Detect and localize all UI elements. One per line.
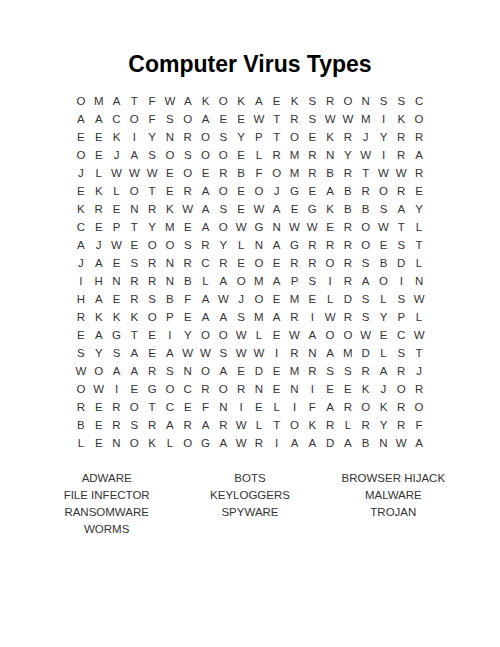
grid-cell: J xyxy=(108,146,126,164)
grid-cell: I xyxy=(392,272,410,290)
grid-cell: K xyxy=(392,110,410,128)
grid-cell: W xyxy=(232,326,250,344)
grid-cell: E xyxy=(179,218,197,236)
word-list-item: FILE INFECTOR xyxy=(35,487,178,504)
grid-cell: A xyxy=(214,308,232,326)
grid-cell: N xyxy=(250,236,268,254)
grid-cell: R xyxy=(72,398,90,416)
grid-cell: I xyxy=(375,110,393,128)
grid-cell: A xyxy=(303,434,321,452)
grid-cell: W xyxy=(250,110,268,128)
grid-cell: E xyxy=(410,182,428,200)
grid-cell: E xyxy=(179,308,197,326)
grid-cell: L xyxy=(90,164,108,182)
grid-cell: C xyxy=(410,92,428,110)
grid-cell: T xyxy=(143,398,161,416)
grid-cell: R xyxy=(214,164,232,182)
grid-cell: B xyxy=(375,254,393,272)
grid-cell: E xyxy=(268,290,286,308)
grid-cell: I xyxy=(303,380,321,398)
grid-cell: N xyxy=(214,398,232,416)
grid-cell: S xyxy=(303,92,321,110)
grid-cell: R xyxy=(339,236,357,254)
grid-cell: A xyxy=(268,200,286,218)
word-list-column-1: ADWARE FILE INFECTOR RANSOMWARE WORMS xyxy=(35,470,178,538)
grid-cell: W xyxy=(375,218,393,236)
grid-cell: O xyxy=(143,236,161,254)
grid-cell: G xyxy=(143,380,161,398)
grid-cell: R xyxy=(303,164,321,182)
grid-cell: E xyxy=(90,128,108,146)
word-list-item: WORMS xyxy=(35,521,178,538)
grid-cell: O xyxy=(161,236,179,254)
grid-cell: N xyxy=(161,272,179,290)
grid-cell: J xyxy=(268,182,286,200)
grid-cell: A xyxy=(214,362,232,380)
grid-cell: O xyxy=(214,380,232,398)
word-list-item: BOTS xyxy=(178,470,321,487)
puzzle-page: Computer Virus Types OMATFWAKOKAEKSRONSS… xyxy=(0,0,500,647)
grid-cell: B xyxy=(357,200,375,218)
grid-cell: A xyxy=(125,344,143,362)
grid-cell: S xyxy=(357,290,375,308)
grid-cell: S xyxy=(108,344,126,362)
grid-cell: W xyxy=(143,164,161,182)
grid-cell: N xyxy=(321,146,339,164)
grid-cell: O xyxy=(214,182,232,200)
grid-cell: E xyxy=(339,380,357,398)
grid-cell: R xyxy=(143,200,161,218)
grid-cell: K xyxy=(197,92,215,110)
grid-cell: I xyxy=(375,146,393,164)
word-list-column-3: BROWSER HIJACK MALWARE TROJAN xyxy=(322,470,465,538)
grid-cell: R xyxy=(108,416,126,434)
word-list-item: BROWSER HIJACK xyxy=(322,470,465,487)
grid-cell: A xyxy=(214,272,232,290)
grid-cell: K xyxy=(286,92,304,110)
grid-cell: R xyxy=(339,254,357,272)
grid-cell: W xyxy=(410,326,428,344)
grid-cell: F xyxy=(250,164,268,182)
grid-cell: W xyxy=(179,344,197,362)
grid-cell: L xyxy=(268,398,286,416)
grid-cell: O xyxy=(321,326,339,344)
grid-cell: I xyxy=(72,272,90,290)
grid-cell: E xyxy=(125,380,143,398)
grid-cell: A xyxy=(90,110,108,128)
grid-cell: F xyxy=(143,92,161,110)
grid-cell: I xyxy=(321,272,339,290)
grid-cell: A xyxy=(214,434,232,452)
grid-cell: C xyxy=(161,398,179,416)
grid-cell: G xyxy=(286,182,304,200)
grid-cell: E xyxy=(303,182,321,200)
grid-cell: K xyxy=(375,398,393,416)
grid-cell: K xyxy=(90,308,108,326)
grid-cell: A xyxy=(392,200,410,218)
grid-cell: H xyxy=(90,272,108,290)
grid-cell: F xyxy=(179,290,197,308)
grid-cell: L xyxy=(410,218,428,236)
grid-cell: T xyxy=(268,110,286,128)
grid-cell: L xyxy=(197,272,215,290)
grid-cell: D xyxy=(339,290,357,308)
grid-cell: E xyxy=(161,164,179,182)
grid-cell: I xyxy=(268,344,286,362)
grid-cell: B xyxy=(161,290,179,308)
grid-cell: W xyxy=(161,92,179,110)
grid-cell: O xyxy=(250,254,268,272)
grid-cell: E xyxy=(268,254,286,272)
grid-cell: P xyxy=(392,308,410,326)
grid-cell: J xyxy=(72,164,90,182)
grid-cell: R xyxy=(214,416,232,434)
grid-cell: E xyxy=(143,344,161,362)
grid-cell: W xyxy=(179,200,197,218)
grid-cell: C xyxy=(108,110,126,128)
grid-cell: A xyxy=(197,218,215,236)
grid-cell: R xyxy=(321,92,339,110)
page-title: Computer Virus Types xyxy=(0,51,500,78)
grid-cell: K xyxy=(321,200,339,218)
grid-cell: O xyxy=(286,128,304,146)
grid-cell: Y xyxy=(375,416,393,434)
grid-cell: E xyxy=(375,236,393,254)
word-search-grid: OMATFWAKOKAEKSRONSSCAACOFSOAEEWTRSWWMIKO… xyxy=(72,92,428,452)
grid-cell: W xyxy=(286,326,304,344)
grid-cell: A xyxy=(250,92,268,110)
grid-cell: E xyxy=(108,200,126,218)
word-list-item: KEYLOGGERS xyxy=(178,487,321,504)
grid-cell: Y xyxy=(410,200,428,218)
grid-cell: I xyxy=(286,398,304,416)
grid-cell: A xyxy=(90,254,108,272)
grid-cell: K xyxy=(108,308,126,326)
grid-cell: E xyxy=(232,254,250,272)
grid-cell: O xyxy=(72,146,90,164)
grid-cell: R xyxy=(108,398,126,416)
grid-cell: M xyxy=(286,290,304,308)
word-list-item: ADWARE xyxy=(35,470,178,487)
grid-cell: E xyxy=(161,182,179,200)
grid-cell: S xyxy=(72,344,90,362)
grid-cell: R xyxy=(392,128,410,146)
grid-cell: O xyxy=(214,92,232,110)
grid-cell: A xyxy=(72,236,90,254)
grid-cell: E xyxy=(232,146,250,164)
grid-cell: O xyxy=(197,146,215,164)
grid-cell: I xyxy=(232,398,250,416)
grid-cell: S xyxy=(303,272,321,290)
grid-cell: Y xyxy=(179,326,197,344)
grid-cell: A xyxy=(197,110,215,128)
grid-cell: N xyxy=(125,200,143,218)
grid-cell: P xyxy=(108,218,126,236)
grid-cell: Y xyxy=(339,146,357,164)
grid-cell: S xyxy=(179,146,197,164)
grid-cell: E xyxy=(250,398,268,416)
grid-cell: B xyxy=(321,164,339,182)
grid-cell: J xyxy=(232,290,250,308)
grid-cell: R xyxy=(286,308,304,326)
grid-cell: R xyxy=(392,362,410,380)
grid-cell: G xyxy=(286,236,304,254)
grid-cell: O xyxy=(392,380,410,398)
grid-cell: I xyxy=(268,434,286,452)
grid-cell: R xyxy=(303,254,321,272)
grid-cell: A xyxy=(268,236,286,254)
grid-cell: S xyxy=(232,308,250,326)
grid-cell: R xyxy=(339,128,357,146)
grid-cell: T xyxy=(125,218,143,236)
grid-cell: A xyxy=(161,416,179,434)
grid-cell: R xyxy=(303,362,321,380)
grid-cell: W xyxy=(357,146,375,164)
grid-cell: A xyxy=(72,110,90,128)
grid-cell: A xyxy=(90,290,108,308)
grid-cell: W xyxy=(303,218,321,236)
grid-cell: E xyxy=(321,380,339,398)
grid-cell: O xyxy=(143,308,161,326)
grid-cell: O xyxy=(268,164,286,182)
grid-cell: O xyxy=(197,128,215,146)
grid-cell: B xyxy=(357,434,375,452)
grid-cell: A xyxy=(108,92,126,110)
grid-cell: E xyxy=(268,380,286,398)
grid-cell: A xyxy=(108,362,126,380)
grid-cell: R xyxy=(339,218,357,236)
grid-cell: A xyxy=(197,308,215,326)
grid-cell: A xyxy=(197,200,215,218)
grid-cell: E xyxy=(143,326,161,344)
grid-cell: O xyxy=(161,146,179,164)
grid-cell: R xyxy=(125,290,143,308)
grid-cell: C xyxy=(392,326,410,344)
grid-cell: Y xyxy=(232,128,250,146)
grid-cell: A xyxy=(161,344,179,362)
grid-cell: J xyxy=(375,380,393,398)
grid-cell: K xyxy=(161,200,179,218)
grid-cell: W xyxy=(250,200,268,218)
grid-cell: R xyxy=(392,146,410,164)
grid-cell: W xyxy=(321,308,339,326)
grid-cell: S xyxy=(179,236,197,254)
grid-cell: R xyxy=(250,434,268,452)
grid-cell: W xyxy=(90,380,108,398)
grid-cell: A xyxy=(410,434,428,452)
grid-cell: A xyxy=(410,146,428,164)
grid-cell: S xyxy=(143,290,161,308)
grid-cell: O xyxy=(161,380,179,398)
grid-cell: Y xyxy=(90,344,108,362)
grid-cell: B xyxy=(72,416,90,434)
grid-cell: O xyxy=(125,434,143,452)
grid-cell: D xyxy=(250,362,268,380)
grid-cell: E xyxy=(197,164,215,182)
grid-cell: I xyxy=(108,380,126,398)
grid-cell: O xyxy=(197,326,215,344)
grid-cell: C xyxy=(197,254,215,272)
grid-cell: W xyxy=(410,290,428,308)
grid-cell: J xyxy=(357,128,375,146)
word-list-item: SPYWARE xyxy=(178,504,321,521)
grid-cell: D xyxy=(392,254,410,272)
grid-cell: O xyxy=(410,110,428,128)
grid-cell: J xyxy=(90,236,108,254)
grid-cell: E xyxy=(72,326,90,344)
grid-cell: L xyxy=(375,290,393,308)
grid-cell: R xyxy=(286,344,304,362)
grid-cell: K xyxy=(72,200,90,218)
grid-cell: W xyxy=(108,236,126,254)
grid-cell: W xyxy=(339,110,357,128)
grid-cell: E xyxy=(90,146,108,164)
grid-cell: R xyxy=(179,254,197,272)
grid-cell: E xyxy=(268,362,286,380)
grid-cell: N xyxy=(286,380,304,398)
grid-cell: W xyxy=(232,344,250,362)
grid-cell: R xyxy=(410,164,428,182)
grid-cell: T xyxy=(392,218,410,236)
grid-cell: N xyxy=(108,272,126,290)
grid-cell: A xyxy=(321,344,339,362)
grid-cell: A xyxy=(286,434,304,452)
grid-cell: R xyxy=(410,128,428,146)
grid-cell: A xyxy=(375,362,393,380)
grid-cell: E xyxy=(321,218,339,236)
grid-cell: T xyxy=(268,128,286,146)
grid-cell: O xyxy=(125,110,143,128)
grid-cell: R xyxy=(321,416,339,434)
grid-cell: R xyxy=(232,380,250,398)
grid-cell: N xyxy=(375,434,393,452)
grid-cell: S xyxy=(143,146,161,164)
grid-cell: O xyxy=(179,110,197,128)
grid-cell: O xyxy=(357,398,375,416)
grid-cell: R xyxy=(125,272,143,290)
grid-cell: P xyxy=(161,308,179,326)
grid-cell: E xyxy=(303,290,321,308)
grid-cell: O xyxy=(125,182,143,200)
grid-cell: O xyxy=(250,290,268,308)
grid-cell: W xyxy=(232,416,250,434)
grid-cell: K xyxy=(232,92,250,110)
grid-cell: L xyxy=(250,416,268,434)
grid-cell: R xyxy=(339,308,357,326)
grid-cell: L xyxy=(410,308,428,326)
grid-cell: W xyxy=(232,434,250,452)
grid-cell: O xyxy=(214,218,232,236)
grid-cell: Y xyxy=(143,128,161,146)
grid-cell: M xyxy=(286,362,304,380)
grid-cell: A xyxy=(268,272,286,290)
grid-cell: W xyxy=(392,164,410,182)
grid-cell: K xyxy=(108,128,126,146)
grid-cell: S xyxy=(375,200,393,218)
grid-cell: R xyxy=(392,182,410,200)
grid-cell: D xyxy=(321,434,339,452)
grid-cell: A xyxy=(339,434,357,452)
grid-cell: A xyxy=(357,272,375,290)
grid-cell: N xyxy=(268,218,286,236)
grid-cell: J xyxy=(72,254,90,272)
grid-cell: E xyxy=(232,182,250,200)
grid-cell: B xyxy=(339,182,357,200)
word-list-item: TROJAN xyxy=(322,504,465,521)
grid-cell: B xyxy=(179,272,197,290)
grid-cell: H xyxy=(72,290,90,308)
grid-cell: Y xyxy=(143,218,161,236)
grid-cell: R xyxy=(72,308,90,326)
grid-cell: A xyxy=(197,290,215,308)
grid-cell: A xyxy=(197,182,215,200)
grid-cell: J xyxy=(410,362,428,380)
grid-cell: E xyxy=(303,128,321,146)
grid-cell: I xyxy=(303,308,321,326)
grid-cell: E xyxy=(268,326,286,344)
grid-cell: D xyxy=(357,344,375,362)
grid-cell: S xyxy=(125,254,143,272)
grid-cell: R xyxy=(143,362,161,380)
grid-cell: R xyxy=(214,254,232,272)
grid-cell: E xyxy=(232,200,250,218)
grid-cell: E xyxy=(90,218,108,236)
grid-cell: S xyxy=(125,416,143,434)
word-list-item: MALWARE xyxy=(322,487,465,504)
grid-cell: S xyxy=(357,254,375,272)
grid-cell: F xyxy=(303,398,321,416)
grid-cell: R xyxy=(197,380,215,398)
grid-cell: M xyxy=(357,110,375,128)
grid-cell: E xyxy=(108,254,126,272)
grid-cell: R xyxy=(268,146,286,164)
grid-cell: G xyxy=(108,326,126,344)
grid-cell: W xyxy=(125,164,143,182)
grid-cell: R xyxy=(197,236,215,254)
grid-cell: L xyxy=(72,434,90,452)
grid-cell: K xyxy=(321,128,339,146)
grid-cell: F xyxy=(410,416,428,434)
grid-cell: W xyxy=(232,218,250,236)
grid-cell: O xyxy=(90,362,108,380)
grid-cell: T xyxy=(357,164,375,182)
word-list: ADWARE FILE INFECTOR RANSOMWARE WORMS BO… xyxy=(35,470,465,538)
grid-cell: O xyxy=(357,218,375,236)
grid-cell: E xyxy=(90,398,108,416)
grid-cell: O xyxy=(250,182,268,200)
grid-cell: O xyxy=(72,92,90,110)
grid-cell: W xyxy=(357,326,375,344)
grid-cell: L xyxy=(321,290,339,308)
grid-cell: R xyxy=(286,254,304,272)
grid-cell: K xyxy=(90,182,108,200)
grid-cell: B xyxy=(339,200,357,218)
grid-cell: F xyxy=(197,398,215,416)
grid-cell: S xyxy=(392,92,410,110)
grid-cell: R xyxy=(392,398,410,416)
grid-cell: N xyxy=(161,254,179,272)
grid-cell: T xyxy=(143,182,161,200)
grid-cell: R xyxy=(179,416,197,434)
grid-cell: M xyxy=(90,92,108,110)
grid-cell: A xyxy=(125,362,143,380)
grid-cell: A xyxy=(321,398,339,416)
grid-cell: A xyxy=(179,92,197,110)
grid-cell: S xyxy=(339,362,357,380)
grid-cell: M xyxy=(250,272,268,290)
grid-cell: K xyxy=(357,380,375,398)
grid-cell: P xyxy=(286,272,304,290)
